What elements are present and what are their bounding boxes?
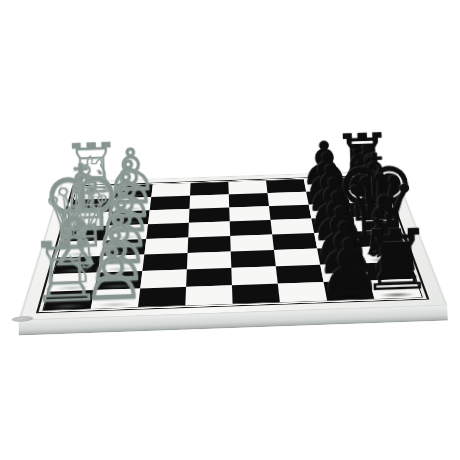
square-d5[interactable]: [230, 235, 274, 252]
square-a4[interactable]: [185, 285, 232, 305]
square-b5[interactable]: [231, 266, 277, 285]
product-photo: ♖♙♟♜♘♙♟♞♗♙♟♝♔♙♟♚♕♙♟♛♗♙♟♝♘♙♟♞♖♙♟♜: [0, 0, 460, 460]
square-d4[interactable]: [188, 236, 231, 253]
square-f4[interactable]: [189, 208, 230, 223]
square-b4[interactable]: [186, 268, 232, 287]
chess-board: ♖♙♟♜♘♙♟♞♗♙♟♝♔♙♟♚♕♙♟♛♗♙♟♝♘♙♟♞♖♙♟♜: [19, 171, 446, 320]
square-a2[interactable]: ♙: [91, 288, 141, 308]
frame-outer-line: ♖♙♟♜♘♙♟♞♗♙♟♝♔♙♟♚♕♙♟♛♗♙♟♝♘♙♟♞♖♙♟♜: [36, 175, 429, 314]
white-pawn-a2[interactable]: ♙: [80, 242, 147, 309]
square-a5[interactable]: [232, 284, 280, 304]
board-frame: ♖♙♟♜♘♙♟♞♗♙♟♝♔♙♟♚♕♙♟♛♗♙♟♝♘♙♟♞♖♙♟♜: [19, 171, 446, 320]
square-f5[interactable]: [229, 206, 270, 221]
frame-inner-line: ♖♙♟♜♘♙♟♞♗♙♟♝♔♙♟♚♕♙♟♛♗♙♟♝♘♙♟♞♖♙♟♜: [42, 176, 423, 311]
black-rook-a8[interactable]: ♜: [358, 222, 435, 300]
square-c5[interactable]: [231, 250, 276, 268]
square-c4[interactable]: [187, 251, 231, 269]
square-e4[interactable]: [188, 221, 230, 237]
scene: ♖♙♟♜♘♙♟♞♗♙♟♝♔♙♟♚♕♙♟♛♗♙♟♝♘♙♟♞♖♙♟♜: [0, 0, 460, 460]
square-a8[interactable]: ♜: [369, 279, 421, 299]
board-grid: ♖♙♟♜♘♙♟♞♗♙♟♝♔♙♟♚♕♙♟♛♗♙♟♝♘♙♟♞♖♙♟♜: [43, 177, 421, 311]
square-e5[interactable]: [230, 220, 272, 236]
